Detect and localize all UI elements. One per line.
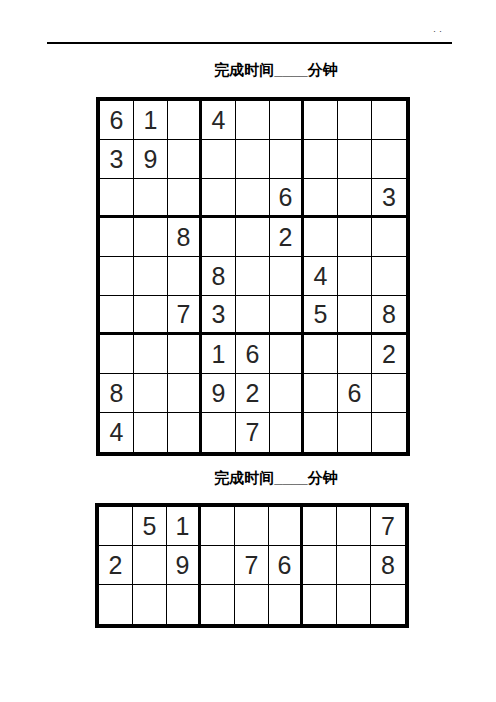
sudoku-cell-r1c6 bbox=[269, 507, 303, 546]
sudoku-cell-r1c8 bbox=[338, 101, 372, 140]
sudoku-cell-r5c4: 8 bbox=[202, 257, 236, 296]
sudoku-cell-r9c4 bbox=[202, 413, 236, 452]
sudoku-cell-r5c3 bbox=[168, 257, 202, 296]
sudoku-cell-r5c7: 4 bbox=[304, 257, 338, 296]
sudoku-cell-r1c1 bbox=[99, 507, 133, 546]
sudoku-cell-r7c6 bbox=[270, 335, 304, 374]
sudoku-cell-r2c6 bbox=[270, 140, 304, 179]
sudoku-cell-r5c2 bbox=[134, 257, 168, 296]
sudoku-cell-r3c3 bbox=[168, 179, 202, 218]
sudoku-cell-r3c5 bbox=[235, 585, 269, 624]
sudoku-cell-r2c9: 8 bbox=[371, 546, 405, 585]
sudoku-cell-r1c3: 1 bbox=[167, 507, 201, 546]
sudoku-cell-r6c8 bbox=[338, 296, 372, 335]
sudoku-cell-r7c9: 2 bbox=[372, 335, 406, 374]
header-rule bbox=[47, 42, 452, 44]
sudoku-cell-r9c9 bbox=[372, 413, 406, 452]
sudoku-cell-r2c4 bbox=[201, 546, 235, 585]
sudoku-cell-r4c2 bbox=[134, 218, 168, 257]
sudoku-cell-r1c5 bbox=[236, 101, 270, 140]
sudoku-cell-r5c5 bbox=[236, 257, 270, 296]
sudoku-cell-r3c7 bbox=[303, 585, 337, 624]
sudoku-cell-r3c5 bbox=[236, 179, 270, 218]
sudoku-cell-r2c7 bbox=[303, 546, 337, 585]
sudoku-cell-r6c3: 7 bbox=[168, 296, 202, 335]
sudoku-cell-r3c8 bbox=[337, 585, 371, 624]
sudoku-cell-r3c2 bbox=[133, 585, 167, 624]
sudoku-cell-r2c1: 2 bbox=[99, 546, 133, 585]
sudoku-cell-r8c6 bbox=[270, 374, 304, 413]
sudoku-cell-r3c9 bbox=[371, 585, 405, 624]
sudoku-cell-r3c4 bbox=[202, 179, 236, 218]
sudoku-cell-r2c2 bbox=[133, 546, 167, 585]
sudoku-cell-r3c1 bbox=[99, 585, 133, 624]
sudoku-cell-r4c1 bbox=[100, 218, 134, 257]
sudoku-cell-r7c5: 6 bbox=[236, 335, 270, 374]
sudoku-cell-r6c2 bbox=[134, 296, 168, 335]
sudoku-grid-1: 614396382847358162892647 bbox=[96, 97, 410, 456]
sudoku-cell-r5c1 bbox=[100, 257, 134, 296]
sudoku-cell-r1c9 bbox=[372, 101, 406, 140]
sudoku-cell-r4c6: 2 bbox=[270, 218, 304, 257]
sudoku-cell-r9c7 bbox=[304, 413, 338, 452]
sudoku-cell-r4c7 bbox=[304, 218, 338, 257]
sudoku-cell-r3c9: 3 bbox=[372, 179, 406, 218]
sudoku-cell-r9c2 bbox=[134, 413, 168, 452]
corner-marks: ·· bbox=[433, 27, 445, 36]
sudoku-cell-r4c9 bbox=[372, 218, 406, 257]
sudoku-cell-r5c6 bbox=[270, 257, 304, 296]
sudoku-cell-r6c9: 8 bbox=[372, 296, 406, 335]
sudoku-cell-r2c8 bbox=[337, 546, 371, 585]
sudoku-cell-r2c4 bbox=[202, 140, 236, 179]
sudoku-cell-r7c2 bbox=[134, 335, 168, 374]
sudoku-cell-r1c5 bbox=[235, 507, 269, 546]
sudoku-cell-r1c2: 5 bbox=[133, 507, 167, 546]
sudoku-cell-r6c7: 5 bbox=[304, 296, 338, 335]
sudoku-cell-r1c3 bbox=[168, 101, 202, 140]
sudoku-cell-r3c6 bbox=[269, 585, 303, 624]
sudoku-cell-r6c6 bbox=[270, 296, 304, 335]
sudoku-cell-r4c3: 8 bbox=[168, 218, 202, 257]
sudoku-cell-r6c1 bbox=[100, 296, 134, 335]
sudoku-cell-r4c8 bbox=[338, 218, 372, 257]
sudoku-cell-r3c4 bbox=[201, 585, 235, 624]
sudoku-cell-r1c6 bbox=[270, 101, 304, 140]
sudoku-cell-r8c3 bbox=[168, 374, 202, 413]
sudoku-cell-r2c3 bbox=[168, 140, 202, 179]
sudoku-cell-r2c3: 9 bbox=[167, 546, 201, 585]
sudoku-cell-r2c9 bbox=[372, 140, 406, 179]
sudoku-cell-r9c6 bbox=[270, 413, 304, 452]
sudoku-cell-r1c8 bbox=[337, 507, 371, 546]
sudoku-cell-r8c1: 8 bbox=[100, 374, 134, 413]
sudoku-cell-r2c8 bbox=[338, 140, 372, 179]
sudoku-cell-r1c4: 4 bbox=[202, 101, 236, 140]
sudoku-cell-r4c5 bbox=[236, 218, 270, 257]
sudoku-cell-r6c4: 3 bbox=[202, 296, 236, 335]
sudoku-cell-r2c6: 6 bbox=[269, 546, 303, 585]
sudoku-cell-r2c5 bbox=[236, 140, 270, 179]
sudoku-cell-r3c8 bbox=[338, 179, 372, 218]
sudoku-cell-r7c4: 1 bbox=[202, 335, 236, 374]
sudoku-cell-r6c5 bbox=[236, 296, 270, 335]
sudoku-cell-r7c7 bbox=[304, 335, 338, 374]
sudoku-cell-r2c5: 7 bbox=[235, 546, 269, 585]
puzzle1-title: 完成时间____分钟 bbox=[0, 61, 496, 80]
sudoku-cell-r1c4 bbox=[201, 507, 235, 546]
sudoku-cell-r7c8 bbox=[338, 335, 372, 374]
document-page: ·· 完成时间____分钟 614396382847358162892647 完… bbox=[0, 0, 496, 702]
sudoku-cell-r1c7 bbox=[304, 101, 338, 140]
sudoku-cell-r8c8: 6 bbox=[338, 374, 372, 413]
sudoku-cell-r9c5: 7 bbox=[236, 413, 270, 452]
puzzle2-title: 完成时间____分钟 bbox=[0, 469, 496, 488]
sudoku-cell-r7c1 bbox=[100, 335, 134, 374]
sudoku-cell-r1c2: 1 bbox=[134, 101, 168, 140]
sudoku-cell-r2c1: 3 bbox=[100, 140, 134, 179]
sudoku-cell-r2c7 bbox=[304, 140, 338, 179]
sudoku-cell-r5c8 bbox=[338, 257, 372, 296]
sudoku-cell-r8c7 bbox=[304, 374, 338, 413]
sudoku-cell-r8c9 bbox=[372, 374, 406, 413]
sudoku-cell-r2c2: 9 bbox=[134, 140, 168, 179]
sudoku-cell-r1c1: 6 bbox=[100, 101, 134, 140]
sudoku-cell-r1c7 bbox=[303, 507, 337, 546]
sudoku-cell-r8c4: 9 bbox=[202, 374, 236, 413]
sudoku-cell-r9c8 bbox=[338, 413, 372, 452]
sudoku-cell-r8c2 bbox=[134, 374, 168, 413]
sudoku-cell-r3c7 bbox=[304, 179, 338, 218]
sudoku-cell-r3c2 bbox=[134, 179, 168, 218]
sudoku-cell-r1c9: 7 bbox=[371, 507, 405, 546]
sudoku-cell-r9c3 bbox=[168, 413, 202, 452]
sudoku-cell-r8c5: 2 bbox=[236, 374, 270, 413]
sudoku-cell-r3c1 bbox=[100, 179, 134, 218]
sudoku-cell-r3c6: 6 bbox=[270, 179, 304, 218]
sudoku-cell-r9c1: 4 bbox=[100, 413, 134, 452]
sudoku-cell-r5c9 bbox=[372, 257, 406, 296]
sudoku-cell-r7c3 bbox=[168, 335, 202, 374]
sudoku-grid-2: 51729768 bbox=[95, 503, 409, 628]
sudoku-cell-r4c4 bbox=[202, 218, 236, 257]
sudoku-cell-r3c3 bbox=[167, 585, 201, 624]
